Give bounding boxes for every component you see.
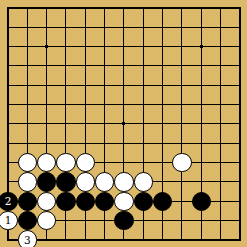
intersection-7-13[interactable] (114, 230, 133, 247)
grid-line-vertical (104, 114, 105, 133)
intersection-9-2[interactable] (153, 18, 172, 37)
grid-line-vertical (201, 8, 202, 18)
intersection-7-5[interactable] (114, 76, 133, 95)
intersection-5-3[interactable] (76, 37, 95, 56)
grid-line-vertical (143, 134, 144, 153)
intersection-2-6[interactable] (18, 95, 37, 114)
intersection-10-12[interactable] (172, 211, 191, 230)
intersection-2-3[interactable] (18, 37, 37, 56)
intersection-4-11[interactable] (56, 192, 75, 211)
grid-line-vertical (201, 56, 202, 75)
grid-line-horizontal (8, 65, 18, 66)
grid-line-vertical (104, 56, 105, 75)
grid-line-vertical (8, 56, 9, 75)
white-stone (56, 153, 76, 173)
intersection-1-9[interactable] (0, 153, 18, 172)
intersection-7-3[interactable] (114, 37, 133, 56)
intersection-12-9[interactable] (211, 153, 230, 172)
intersection-12-6[interactable] (211, 95, 230, 114)
grid-line-vertical (201, 134, 202, 153)
intersection-13-8[interactable] (230, 134, 247, 153)
intersection-7-2[interactable] (114, 18, 133, 37)
grid-line-vertical (85, 56, 86, 75)
intersection-12-5[interactable] (211, 76, 230, 95)
intersection-13-2[interactable] (230, 18, 247, 37)
intersection-6-6[interactable] (95, 95, 114, 114)
grid-line-vertical (239, 114, 240, 133)
grid-line-vertical (27, 8, 28, 18)
intersection-3-1[interactable] (37, 0, 56, 18)
grid-line-vertical (239, 172, 240, 191)
intersection-11-7[interactable] (192, 114, 211, 133)
intersection-3-13[interactable] (37, 230, 56, 247)
intersection-3-8[interactable] (37, 134, 56, 153)
intersection-9-11[interactable] (153, 192, 172, 211)
intersection-11-8[interactable] (192, 134, 211, 153)
intersection-2-7[interactable] (18, 114, 37, 133)
grid-line-vertical (239, 230, 240, 240)
intersection-1-10[interactable] (0, 172, 18, 191)
intersection-11-1[interactable] (192, 0, 211, 18)
intersection-4-6[interactable] (56, 95, 75, 114)
black-stone (18, 211, 38, 231)
grid-line-vertical (8, 153, 9, 172)
grid-line-vertical (46, 95, 47, 114)
grid-line-vertical (85, 230, 86, 240)
grid-line-vertical (27, 95, 28, 114)
intersection-9-9[interactable] (153, 153, 172, 172)
intersection-5-1[interactable] (76, 0, 95, 18)
grid-line-vertical (201, 172, 202, 191)
grid-line-vertical (104, 18, 105, 37)
intersection-13-12[interactable] (230, 211, 247, 230)
grid-line-vertical (162, 211, 163, 230)
intersection-10-10[interactable] (172, 172, 191, 191)
grid-line-vertical (181, 211, 182, 230)
move-number-label: 2 (0, 193, 17, 211)
star-point (122, 122, 125, 125)
intersection-5-12[interactable] (76, 211, 95, 230)
intersection-1-8[interactable] (0, 134, 18, 153)
grid-line-vertical (104, 37, 105, 56)
intersection-9-12[interactable] (153, 211, 172, 230)
intersection-12-4[interactable] (211, 56, 230, 75)
grid-line-vertical (85, 8, 86, 18)
intersection-1-2[interactable] (0, 18, 18, 37)
intersection-11-4[interactable] (192, 56, 211, 75)
grid-line-horizontal (8, 181, 18, 182)
grid-line-horizontal (8, 104, 18, 105)
intersection-9-1[interactable] (153, 0, 172, 18)
intersection-2-11[interactable] (18, 192, 37, 211)
intersection-8-11[interactable] (134, 192, 153, 211)
intersection-2-13[interactable]: 3 (18, 230, 37, 247)
grid-line-horizontal (8, 162, 18, 163)
grid-line-vertical (201, 153, 202, 172)
intersection-3-3[interactable] (37, 37, 56, 56)
intersection-9-5[interactable] (153, 76, 172, 95)
intersection-9-4[interactable] (153, 56, 172, 75)
intersection-5-7[interactable] (76, 114, 95, 133)
go-board: 213 (0, 0, 247, 247)
intersection-10-3[interactable] (172, 37, 191, 56)
intersection-5-6[interactable] (76, 95, 95, 114)
intersection-1-1[interactable] (0, 0, 18, 18)
intersection-11-9[interactable] (192, 153, 211, 172)
intersection-8-3[interactable] (134, 37, 153, 56)
intersection-9-10[interactable] (153, 172, 172, 191)
intersection-11-13[interactable] (192, 230, 211, 247)
intersection-6-12[interactable] (95, 211, 114, 230)
intersection-2-4[interactable] (18, 56, 37, 75)
intersection-1-13[interactable] (0, 230, 18, 247)
intersection-6-4[interactable] (95, 56, 114, 75)
intersection-1-7[interactable] (0, 114, 18, 133)
intersection-4-2[interactable] (56, 18, 75, 37)
grid-line-vertical (181, 37, 182, 56)
white-stone (76, 153, 96, 173)
grid-line-horizontal (8, 123, 18, 124)
grid-line-vertical (220, 172, 221, 191)
intersection-10-1[interactable] (172, 0, 191, 18)
intersection-11-2[interactable] (192, 18, 211, 37)
intersection-6-7[interactable] (95, 114, 114, 133)
intersection-12-13[interactable] (211, 230, 230, 247)
intersection-7-8[interactable] (114, 134, 133, 153)
intersection-13-6[interactable] (230, 95, 247, 114)
intersection-2-12[interactable] (18, 211, 37, 230)
intersection-5-4[interactable] (76, 56, 95, 75)
grid-line-vertical (181, 114, 182, 133)
intersection-8-10[interactable] (134, 172, 153, 191)
intersection-13-1[interactable] (230, 0, 247, 18)
intersection-6-13[interactable] (95, 230, 114, 247)
grid-line-vertical (123, 18, 124, 37)
intersection-11-3[interactable] (192, 37, 211, 56)
intersection-12-2[interactable] (211, 18, 230, 37)
intersection-13-9[interactable] (230, 153, 247, 172)
grid-line-vertical (220, 230, 221, 240)
grid-line-vertical (220, 192, 221, 211)
intersection-8-2[interactable] (134, 18, 153, 37)
grid-line-vertical (201, 95, 202, 114)
grid-line-vertical (8, 18, 9, 37)
intersection-4-13[interactable] (56, 230, 75, 247)
intersection-9-13[interactable] (153, 230, 172, 247)
grid-line-vertical (220, 211, 221, 230)
intersection-1-11[interactable]: 2 (0, 192, 18, 211)
intersection-5-5[interactable] (76, 76, 95, 95)
white-stone (37, 211, 57, 231)
grid-line-vertical (85, 37, 86, 56)
grid-line-vertical (123, 8, 124, 18)
intersection-12-3[interactable] (211, 37, 230, 56)
intersection-8-8[interactable] (134, 134, 153, 153)
grid-line-vertical (220, 153, 221, 172)
star-point (200, 45, 203, 48)
intersection-7-6[interactable] (114, 95, 133, 114)
grid-line-vertical (46, 8, 47, 18)
white-stone (134, 172, 154, 192)
intersection-8-1[interactable] (134, 0, 153, 18)
grid-line-horizontal (8, 239, 18, 240)
intersection-4-9[interactable] (56, 153, 75, 172)
grid-line-vertical (181, 192, 182, 211)
grid-line-vertical (220, 76, 221, 95)
intersection-13-10[interactable] (230, 172, 247, 191)
grid-line-vertical (162, 114, 163, 133)
intersection-13-11[interactable] (230, 192, 247, 211)
grid-line-vertical (162, 230, 163, 240)
intersection-9-3[interactable] (153, 37, 172, 56)
grid-line-vertical (85, 211, 86, 230)
intersection-2-9[interactable] (18, 153, 37, 172)
intersection-11-12[interactable] (192, 211, 211, 230)
intersection-8-9[interactable] (134, 153, 153, 172)
grid-line-vertical (8, 172, 9, 191)
intersection-10-5[interactable] (172, 76, 191, 95)
grid-line-vertical (239, 76, 240, 95)
white-stone (18, 172, 38, 192)
grid-line-vertical (143, 153, 144, 172)
grid-line-vertical (181, 18, 182, 37)
black-stone (56, 172, 76, 192)
grid-line-vertical (201, 211, 202, 230)
grid-line-vertical (65, 134, 66, 153)
intersection-12-12[interactable] (211, 211, 230, 230)
grid-line-vertical (143, 8, 144, 18)
grid-line-vertical (27, 18, 28, 37)
grid-line-vertical (8, 76, 9, 95)
grid-line-vertical (104, 8, 105, 18)
grid-line-vertical (85, 76, 86, 95)
black-stone (153, 192, 173, 212)
grid-line-vertical (220, 114, 221, 133)
grid-line-vertical (162, 37, 163, 56)
intersection-5-10[interactable] (76, 172, 95, 191)
grid-line-vertical (104, 230, 105, 240)
black-stone (134, 192, 154, 212)
intersection-8-13[interactable] (134, 230, 153, 247)
grid-line-vertical (181, 76, 182, 95)
grid-line-vertical (162, 172, 163, 191)
intersection-4-10[interactable] (56, 172, 75, 191)
intersection-11-11[interactable] (192, 192, 211, 211)
star-point (45, 45, 48, 48)
intersection-6-3[interactable] (95, 37, 114, 56)
grid-line-vertical (104, 134, 105, 153)
intersection-5-8[interactable] (76, 134, 95, 153)
grid-line-vertical (220, 18, 221, 37)
grid-line-vertical (239, 95, 240, 114)
intersection-6-9[interactable] (95, 153, 114, 172)
intersection-3-9[interactable] (37, 153, 56, 172)
intersection-1-6[interactable] (0, 95, 18, 114)
grid-line-vertical (65, 37, 66, 56)
intersection-4-12[interactable] (56, 211, 75, 230)
grid-line-horizontal (8, 27, 18, 28)
intersection-7-12[interactable] (114, 211, 133, 230)
grid-line-vertical (46, 114, 47, 133)
white-stone (76, 172, 96, 192)
grid-line-vertical (220, 95, 221, 114)
intersection-13-3[interactable] (230, 37, 247, 56)
intersection-10-11[interactable] (172, 192, 191, 211)
grid-line-vertical (123, 230, 124, 240)
intersection-8-5[interactable] (134, 76, 153, 95)
intersection-3-11[interactable] (37, 192, 56, 211)
intersection-8-7[interactable] (134, 114, 153, 133)
grid-line-vertical (201, 230, 202, 240)
intersection-13-7[interactable] (230, 114, 247, 133)
intersection-12-8[interactable] (211, 134, 230, 153)
intersection-2-2[interactable] (18, 18, 37, 37)
intersection-6-1[interactable] (95, 0, 114, 18)
grid-line-vertical (143, 56, 144, 75)
intersection-3-12[interactable] (37, 211, 56, 230)
grid-line-vertical (239, 56, 240, 75)
go-board-grid: 213 (0, 0, 247, 247)
grid-line-vertical (181, 95, 182, 114)
grid-line-vertical (162, 153, 163, 172)
intersection-5-11[interactable] (76, 192, 95, 211)
intersection-7-4[interactable] (114, 56, 133, 75)
intersection-10-9[interactable] (172, 153, 191, 172)
grid-line-vertical (162, 8, 163, 18)
grid-line-vertical (27, 37, 28, 56)
white-stone-move-3: 3 (18, 230, 38, 247)
grid-line-vertical (65, 76, 66, 95)
intersection-12-11[interactable] (211, 192, 230, 211)
grid-line-vertical (239, 37, 240, 56)
intersection-4-7[interactable] (56, 114, 75, 133)
intersection-3-2[interactable] (37, 18, 56, 37)
intersection-5-13[interactable] (76, 230, 95, 247)
intersection-5-2[interactable] (76, 18, 95, 37)
intersection-8-12[interactable] (134, 211, 153, 230)
grid-line-vertical (65, 56, 66, 75)
black-stone (114, 211, 134, 231)
intersection-3-6[interactable] (37, 95, 56, 114)
grid-line-horizontal (8, 85, 18, 86)
intersection-4-5[interactable] (56, 76, 75, 95)
intersection-7-1[interactable] (114, 0, 133, 18)
intersection-7-11[interactable] (114, 192, 133, 211)
grid-line-vertical (201, 114, 202, 133)
intersection-3-4[interactable] (37, 56, 56, 75)
intersection-10-13[interactable] (172, 230, 191, 247)
intersection-12-7[interactable] (211, 114, 230, 133)
intersection-2-8[interactable] (18, 134, 37, 153)
intersection-12-1[interactable] (211, 0, 230, 18)
grid-line-vertical (46, 18, 47, 37)
grid-line-vertical (239, 192, 240, 211)
grid-line-vertical (162, 56, 163, 75)
grid-line-vertical (123, 56, 124, 75)
white-stone (114, 192, 134, 212)
intersection-1-4[interactable] (0, 56, 18, 75)
intersection-5-9[interactable] (76, 153, 95, 172)
intersection-2-1[interactable] (18, 0, 37, 18)
intersection-13-4[interactable] (230, 56, 247, 75)
intersection-3-5[interactable] (37, 76, 56, 95)
intersection-7-9[interactable] (114, 153, 133, 172)
intersection-11-10[interactable] (192, 172, 211, 191)
grid-line-vertical (162, 18, 163, 37)
intersection-8-4[interactable] (134, 56, 153, 75)
intersection-3-10[interactable] (37, 172, 56, 191)
grid-line-vertical (46, 230, 47, 240)
grid-line-vertical (8, 37, 9, 56)
intersection-6-11[interactable] (95, 192, 114, 211)
white-stone (95, 172, 115, 192)
grid-line-horizontal (8, 143, 18, 144)
intersection-10-8[interactable] (172, 134, 191, 153)
intersection-6-10[interactable] (95, 172, 114, 191)
intersection-4-8[interactable] (56, 134, 75, 153)
intersection-10-7[interactable] (172, 114, 191, 133)
intersection-1-5[interactable] (0, 76, 18, 95)
intersection-10-4[interactable] (172, 56, 191, 75)
intersection-9-8[interactable] (153, 134, 172, 153)
intersection-6-8[interactable] (95, 134, 114, 153)
grid-line-vertical (220, 37, 221, 56)
intersection-7-7[interactable] (114, 114, 133, 133)
move-number-label: 3 (19, 231, 37, 247)
intersection-4-1[interactable] (56, 0, 75, 18)
white-stone (114, 172, 134, 192)
grid-line-horizontal (8, 8, 18, 9)
grid-line-vertical (143, 37, 144, 56)
intersection-11-6[interactable] (192, 95, 211, 114)
intersection-1-3[interactable] (0, 37, 18, 56)
intersection-6-2[interactable] (95, 18, 114, 37)
grid-line-vertical (85, 114, 86, 133)
intersection-9-6[interactable] (153, 95, 172, 114)
intersection-10-2[interactable] (172, 18, 191, 37)
grid-line-vertical (220, 134, 221, 153)
grid-line-vertical (123, 153, 124, 172)
intersection-3-7[interactable] (37, 114, 56, 133)
black-stone (37, 172, 57, 192)
intersection-1-12[interactable]: 1 (0, 211, 18, 230)
intersection-4-4[interactable] (56, 56, 75, 75)
intersection-10-6[interactable] (172, 95, 191, 114)
intersection-13-5[interactable] (230, 76, 247, 95)
intersection-8-6[interactable] (134, 95, 153, 114)
intersection-12-10[interactable] (211, 172, 230, 191)
grid-line-vertical (181, 172, 182, 191)
black-stone (18, 192, 38, 212)
grid-line-vertical (162, 95, 163, 114)
intersection-6-5[interactable] (95, 76, 114, 95)
intersection-2-10[interactable] (18, 172, 37, 191)
intersection-4-3[interactable] (56, 37, 75, 56)
grid-line-vertical (27, 114, 28, 133)
grid-line-vertical (239, 18, 240, 37)
grid-line-vertical (8, 230, 9, 240)
grid-line-vertical (181, 134, 182, 153)
intersection-13-13[interactable] (230, 230, 247, 247)
intersection-7-10[interactable] (114, 172, 133, 191)
grid-line-horizontal (8, 46, 18, 47)
black-stone (56, 192, 76, 212)
grid-line-vertical (65, 8, 66, 18)
intersection-2-5[interactable] (18, 76, 37, 95)
intersection-11-5[interactable] (192, 76, 211, 95)
grid-line-vertical (143, 18, 144, 37)
intersection-9-7[interactable] (153, 114, 172, 133)
